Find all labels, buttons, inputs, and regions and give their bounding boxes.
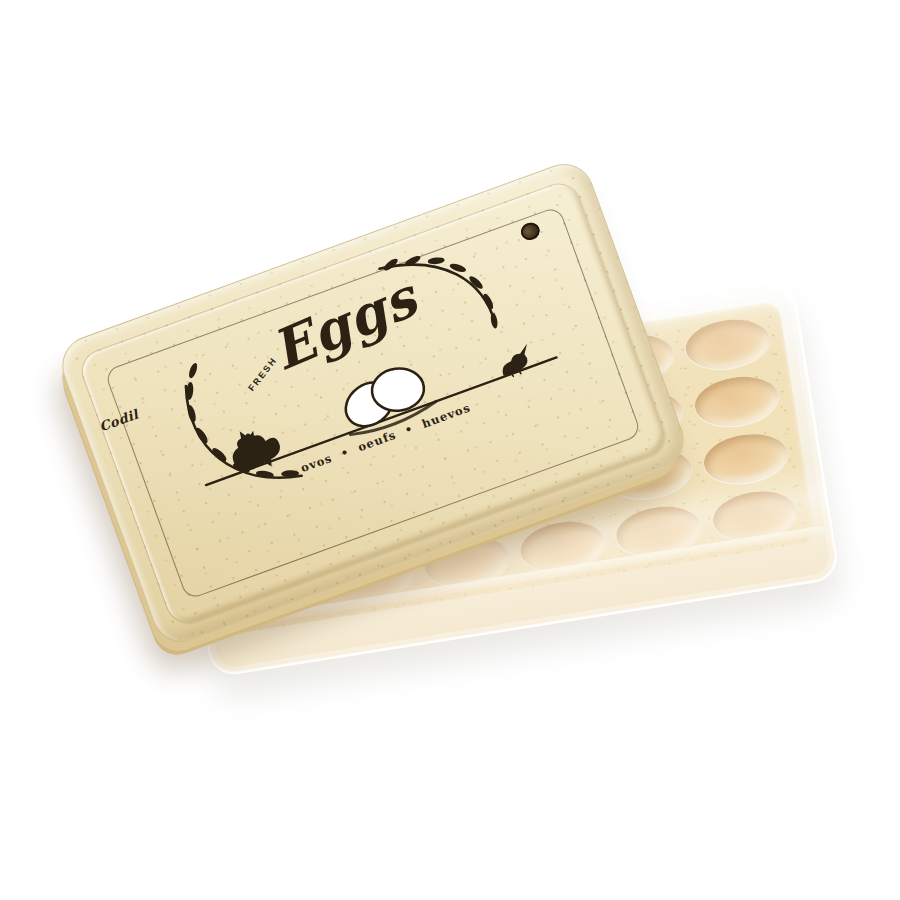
egg-cell — [691, 371, 782, 431]
bird-icon — [496, 344, 536, 380]
egg-cell — [700, 429, 791, 489]
product-photo: Eggs FRESH ovos • oeufs • huevos Codil — [0, 0, 900, 900]
egg-cell — [682, 314, 773, 374]
